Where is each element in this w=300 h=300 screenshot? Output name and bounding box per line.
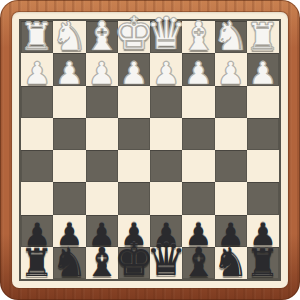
square-r5-c5[interactable] [150,150,182,182]
square-r4-c8[interactable] [247,118,279,150]
square-r3-c8[interactable] [247,86,279,118]
square-r5-c8[interactable] [247,150,279,182]
black-knight[interactable]: ♞ [51,242,87,282]
square-r8-c5[interactable]: ♛ [150,247,182,279]
square-r3-c6[interactable] [182,86,214,118]
white-pawn[interactable]: ♟ [55,58,83,89]
square-r6-c5[interactable] [150,182,182,214]
square-r6-c2[interactable] [53,182,85,214]
square-r4-c5[interactable] [150,118,182,150]
square-r3-c3[interactable] [86,86,118,118]
square-r1-c8[interactable]: ♜ [247,21,279,53]
square-r1-c1[interactable]: ♜ [21,21,53,53]
square-r6-c8[interactable] [247,182,279,214]
white-bishop[interactable]: ♝ [180,16,216,56]
square-r2-c6[interactable]: ♟ [182,53,214,85]
white-pawn[interactable]: ♟ [120,58,148,89]
square-r3-c7[interactable] [215,86,247,118]
square-r2-c7[interactable]: ♟ [215,53,247,85]
square-r5-c4[interactable] [118,150,150,182]
square-r6-c6[interactable] [182,182,214,214]
square-r3-c4[interactable] [118,86,150,118]
square-r4-c7[interactable] [215,118,247,150]
square-r1-c7[interactable]: ♞ [215,21,247,53]
square-r6-c1[interactable] [21,182,53,214]
square-r1-c6[interactable]: ♝ [182,21,214,53]
black-knight[interactable]: ♞ [213,242,249,282]
square-r4-c6[interactable] [182,118,214,150]
square-r6-c7[interactable] [215,182,247,214]
square-r5-c1[interactable] [21,150,53,182]
white-rook[interactable]: ♜ [246,18,280,56]
square-r4-c3[interactable] [86,118,118,150]
square-r3-c5[interactable] [150,86,182,118]
white-knight[interactable]: ♞ [51,16,87,56]
square-r6-c3[interactable] [86,182,118,214]
white-pawn[interactable]: ♟ [88,58,116,89]
black-bishop[interactable]: ♝ [180,242,216,282]
square-r8-c1[interactable]: ♜ [21,247,53,279]
white-pawn[interactable]: ♟ [184,58,212,89]
square-r2-c5[interactable]: ♟ [150,53,182,85]
square-r2-c2[interactable]: ♟ [53,53,85,85]
chess-app-screen: ♜♞♝♚♛♝♞♜♟♟♟♟♟♟♟♟♟♟♟♟♟♟♟♟♜♞♝♚♛♝♞♜ [0,0,300,300]
white-knight[interactable]: ♞ [213,16,249,56]
square-r5-c2[interactable] [53,150,85,182]
white-pawn[interactable]: ♟ [217,58,245,89]
square-r5-c3[interactable] [86,150,118,182]
white-rook[interactable]: ♜ [20,18,54,56]
square-r2-c1[interactable]: ♟ [21,53,53,85]
square-r2-c4[interactable]: ♟ [118,53,150,85]
square-r8-c8[interactable]: ♜ [247,247,279,279]
square-r8-c2[interactable]: ♞ [53,247,85,279]
square-r3-c2[interactable] [53,86,85,118]
square-r4-c2[interactable] [53,118,85,150]
square-r4-c4[interactable] [118,118,150,150]
square-r3-c1[interactable] [21,86,53,118]
black-rook[interactable]: ♜ [246,244,280,282]
black-rook[interactable]: ♜ [20,244,54,282]
square-r1-c2[interactable]: ♞ [53,21,85,53]
square-r6-c4[interactable] [118,182,150,214]
square-r2-c3[interactable]: ♟ [86,53,118,85]
square-r4-c1[interactable] [21,118,53,150]
white-pawn[interactable]: ♟ [249,58,277,89]
square-r5-c7[interactable] [215,150,247,182]
white-pawn[interactable]: ♟ [152,58,180,89]
square-r2-c8[interactable]: ♟ [247,53,279,85]
square-r8-c7[interactable]: ♞ [215,247,247,279]
white-pawn[interactable]: ♟ [23,58,51,89]
square-r1-c5[interactable]: ♛ [150,21,182,53]
chess-board[interactable]: ♜♞♝♚♛♝♞♜♟♟♟♟♟♟♟♟♟♟♟♟♟♟♟♟♜♞♝♚♛♝♞♜ [19,19,281,281]
square-r8-c6[interactable]: ♝ [182,247,214,279]
square-r5-c6[interactable] [182,150,214,182]
